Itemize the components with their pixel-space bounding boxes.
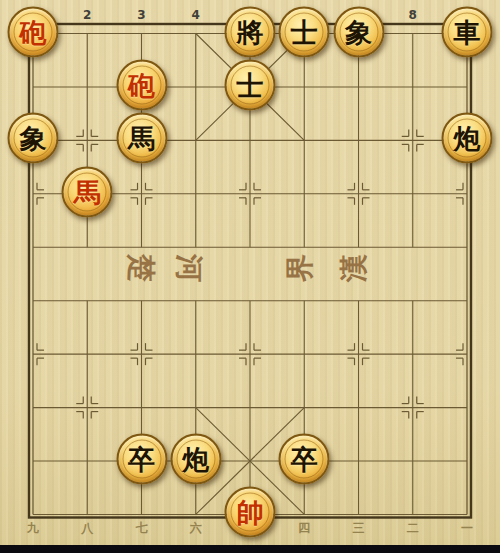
- piece-glyph: 士: [237, 71, 264, 98]
- red-cannon-piece[interactable]: 砲: [116, 59, 167, 110]
- piece-glyph: 馬: [128, 125, 155, 152]
- river-character: 界: [281, 254, 319, 282]
- file-label-bottom-1: 九: [27, 520, 39, 537]
- river-character: 河: [170, 254, 208, 282]
- black-chariot-piece[interactable]: 車: [442, 6, 493, 57]
- piece-glyph: 卒: [128, 446, 155, 473]
- piece-glyph: 車: [454, 18, 481, 45]
- piece-glyph: 砲: [128, 71, 155, 98]
- black-horse-piece[interactable]: 馬: [116, 113, 167, 164]
- piece-glyph: 帥: [237, 499, 264, 526]
- black-soldier-piece[interactable]: 卒: [116, 434, 167, 485]
- file-label-bottom-9: 一: [461, 520, 473, 537]
- black-soldier-piece[interactable]: 卒: [279, 434, 330, 485]
- piece-glyph: 士: [291, 18, 318, 45]
- black-advisor-piece[interactable]: 士: [279, 6, 330, 57]
- piece-glyph: 炮: [182, 446, 209, 473]
- river-character: 楚: [122, 254, 160, 282]
- black-cannon-piece[interactable]: 炮: [170, 434, 221, 485]
- black-elephant-piece[interactable]: 象: [333, 6, 384, 57]
- piece-glyph: 砲: [20, 18, 47, 45]
- file-label-bottom-4: 六: [190, 520, 202, 537]
- xiangqi-game-screen: 123456789 九八七六五四三二一 楚河界漢 砲將士象車砲士象馬炮馬卒炮卒帥: [0, 0, 500, 553]
- piece-glyph: 將: [237, 18, 264, 45]
- red-cannon-piece[interactable]: 砲: [8, 6, 59, 57]
- file-label-bottom-7: 三: [353, 520, 365, 537]
- black-cannon-piece[interactable]: 炮: [442, 113, 493, 164]
- piece-glyph: 炮: [454, 125, 481, 152]
- file-label-bottom-8: 二: [407, 520, 419, 537]
- bottom-bar: [0, 545, 500, 553]
- file-label-bottom-3: 七: [136, 520, 148, 537]
- piece-glyph: 象: [20, 125, 47, 152]
- river-character: 漢: [335, 254, 373, 282]
- file-label-bottom-2: 八: [81, 520, 93, 537]
- file-label-top-4: 4: [192, 8, 200, 22]
- file-label-top-8: 8: [409, 8, 417, 22]
- black-general-piece[interactable]: 將: [225, 6, 276, 57]
- black-advisor-piece[interactable]: 士: [225, 59, 276, 110]
- red-horse-piece[interactable]: 馬: [62, 166, 113, 217]
- file-label-bottom-6: 四: [298, 520, 310, 537]
- piece-glyph: 象: [345, 18, 372, 45]
- piece-glyph: 馬: [74, 178, 101, 205]
- black-elephant-piece[interactable]: 象: [8, 113, 59, 164]
- file-label-top-2: 2: [83, 8, 91, 22]
- file-label-top-3: 3: [137, 8, 145, 22]
- piece-glyph: 卒: [291, 446, 318, 473]
- red-general-piece[interactable]: 帥: [225, 487, 276, 538]
